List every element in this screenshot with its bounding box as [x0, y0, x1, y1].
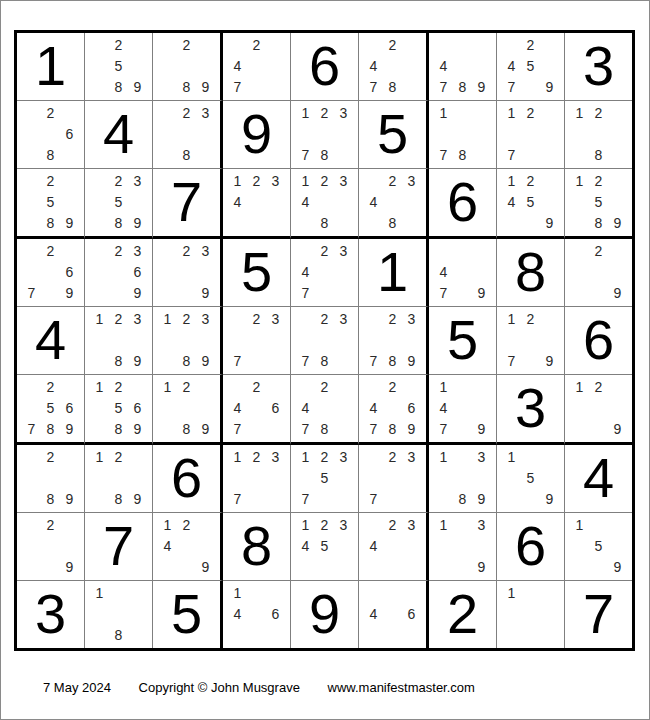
candidate-9: 9: [196, 556, 215, 577]
candidate-4: [90, 398, 109, 419]
candidate-8: [315, 556, 334, 577]
candidate-2: 2: [177, 35, 196, 56]
candidate-2: 2: [109, 447, 128, 468]
cell-r6c5[interactable]: 2478: [291, 375, 359, 445]
candidate-marks: 12589: [565, 169, 632, 236]
cell-r1c2[interactable]: 2589: [85, 33, 153, 101]
candidate-5: [453, 56, 472, 77]
candidate-1: 1: [296, 447, 315, 468]
cell-r4c6[interactable]: 1: [359, 239, 429, 307]
cell-r8c9[interactable]: 159: [565, 513, 632, 581]
candidate-1: 1: [296, 171, 315, 192]
given-digit: 7: [583, 586, 614, 642]
candidate-4: [22, 468, 41, 489]
candidate-5: [109, 468, 128, 489]
cell-r7c8[interactable]: 159: [497, 445, 565, 513]
cell-r1c7[interactable]: 4789: [429, 33, 497, 101]
candidate-8: 8: [41, 418, 60, 439]
candidate-5: [247, 192, 266, 213]
candidate-9: [334, 350, 353, 371]
candidate-9: [402, 76, 421, 97]
cell-r7c3[interactable]: 6: [153, 445, 223, 513]
candidate-6: [608, 536, 627, 557]
candidate-8: [453, 418, 472, 439]
candidate-1: 1: [296, 515, 315, 536]
candidate-2: 2: [315, 447, 334, 468]
candidate-4: [296, 124, 315, 145]
candidate-marks: 139: [429, 513, 496, 580]
cell-r8c7[interactable]: 139: [429, 513, 497, 581]
candidate-6: [128, 468, 147, 489]
cell-r4c1[interactable]: 2679: [17, 239, 85, 307]
candidate-6: [334, 398, 353, 419]
candidate-3: [128, 377, 147, 398]
candidate-9: 9: [60, 488, 79, 509]
cell-r2c5[interactable]: 12378: [291, 101, 359, 169]
candidate-3: [60, 447, 79, 468]
candidate-8: [177, 282, 196, 303]
candidate-2: 2: [521, 35, 540, 56]
candidate-8: 8: [109, 76, 128, 97]
cell-r4c9[interactable]: 29: [565, 239, 632, 307]
candidate-5: [315, 124, 334, 145]
cell-r9c3[interactable]: 5: [153, 581, 223, 648]
candidate-3: [402, 35, 421, 56]
candidate-9: 9: [608, 418, 627, 439]
candidate-2: 2: [177, 515, 196, 536]
candidate-1: [228, 377, 247, 398]
candidate-5: [383, 330, 402, 351]
candidate-8: 8: [453, 76, 472, 97]
cell-r9c1[interactable]: 3: [17, 581, 85, 648]
cell-r3c1[interactable]: 2589: [17, 169, 85, 239]
candidate-marks: 2478: [359, 33, 426, 100]
candidate-4: 4: [364, 56, 383, 77]
candidate-1: [364, 515, 383, 536]
candidate-5: [177, 398, 196, 419]
candidate-7: [502, 488, 521, 509]
candidate-1: [158, 35, 177, 56]
candidate-marks: 1289: [153, 375, 220, 442]
candidate-4: 4: [296, 262, 315, 283]
candidate-8: 8: [383, 212, 402, 233]
cell-r9c5[interactable]: 9: [291, 581, 359, 648]
candidate-5: [453, 468, 472, 489]
candidate-2: 2: [247, 309, 266, 330]
candidate-3: 3: [472, 447, 491, 468]
candidate-7: [296, 212, 315, 233]
candidate-1: 1: [228, 171, 247, 192]
cell-r8c6[interactable]: 234: [359, 513, 429, 581]
candidate-3: [540, 103, 559, 124]
candidate-6: [196, 56, 215, 77]
candidate-7: [570, 418, 589, 439]
footer-website: www.manifestmaster.com: [328, 680, 475, 695]
puzzle-page: 1258928924762478478924579326842389123785…: [0, 0, 650, 720]
candidate-2: [247, 583, 266, 604]
candidate-4: [90, 192, 109, 213]
candidate-6: [608, 192, 627, 213]
candidate-2: 2: [109, 171, 128, 192]
candidate-3: [472, 377, 491, 398]
candidate-7: [570, 282, 589, 303]
candidate-1: [90, 241, 109, 262]
candidate-1: [90, 171, 109, 192]
candidate-2: 2: [41, 171, 60, 192]
candidate-4: 4: [158, 536, 177, 557]
cell-r2c2[interactable]: 4: [85, 101, 153, 169]
cell-r5c5[interactable]: 2378: [291, 307, 359, 375]
candidate-2: 2: [315, 171, 334, 192]
candidate-5: [177, 56, 196, 77]
candidate-8: 8: [109, 418, 128, 439]
candidate-1: [502, 35, 521, 56]
candidate-6: [334, 124, 353, 145]
candidate-marks: 2369: [85, 239, 152, 306]
candidate-marks: 128: [565, 101, 632, 168]
cell-r7c5[interactable]: 12357: [291, 445, 359, 513]
candidate-2: 2: [521, 103, 540, 124]
candidate-6: [266, 192, 285, 213]
candidate-8: 8: [177, 144, 196, 165]
candidate-9: 9: [128, 282, 147, 303]
candidate-4: [570, 536, 589, 557]
candidate-4: 4: [228, 192, 247, 213]
candidate-3: [60, 515, 79, 536]
cell-r5c4[interactable]: 237: [223, 307, 291, 375]
cell-r4c8[interactable]: 8: [497, 239, 565, 307]
candidate-6: [196, 124, 215, 145]
candidate-8: [247, 76, 266, 97]
cell-r3c6[interactable]: 2348: [359, 169, 429, 239]
candidate-8: [521, 144, 540, 165]
candidate-9: 9: [196, 76, 215, 97]
candidate-3: [472, 103, 491, 124]
candidate-2: [453, 241, 472, 262]
candidate-4: 4: [228, 604, 247, 625]
cell-r9c6[interactable]: 46: [359, 581, 429, 648]
given-digit: 4: [103, 106, 134, 162]
candidate-6: [608, 398, 627, 419]
cell-r6c6[interactable]: 246789: [359, 375, 429, 445]
candidate-3: [128, 583, 147, 604]
cell-r9c9[interactable]: 7: [565, 581, 632, 648]
candidate-5: 5: [109, 192, 128, 213]
cell-r6c4[interactable]: 2467: [223, 375, 291, 445]
cell-r2c9[interactable]: 128: [565, 101, 632, 169]
candidate-9: 9: [608, 282, 627, 303]
cell-r1c5[interactable]: 6: [291, 33, 359, 101]
candidate-4: 4: [296, 536, 315, 557]
candidate-7: [502, 624, 521, 645]
cell-r1c3[interactable]: 289: [153, 33, 223, 101]
candidate-5: [177, 330, 196, 351]
candidate-2: 2: [315, 241, 334, 262]
candidate-3: [608, 103, 627, 124]
candidate-2: 2: [41, 241, 60, 262]
candidate-8: 8: [41, 212, 60, 233]
candidate-1: [296, 241, 315, 262]
candidate-7: [434, 488, 453, 509]
cell-r4c7[interactable]: 479: [429, 239, 497, 307]
candidate-8: [589, 282, 608, 303]
candidate-4: 4: [502, 192, 521, 213]
candidate-9: 9: [128, 76, 147, 97]
candidate-1: 1: [90, 309, 109, 330]
cell-r1c4[interactable]: 247: [223, 33, 291, 101]
candidate-2: 2: [177, 309, 196, 330]
candidate-6: [472, 398, 491, 419]
candidate-1: [296, 377, 315, 398]
candidate-3: 3: [128, 171, 147, 192]
cell-r7c1[interactable]: 289: [17, 445, 85, 513]
footer-copyright: Copyright © John Musgrave: [139, 680, 300, 695]
candidate-7: [158, 144, 177, 165]
cell-r7c4[interactable]: 1237: [223, 445, 291, 513]
candidate-marks: 247: [223, 33, 290, 100]
candidate-9: 9: [128, 212, 147, 233]
candidate-6: [540, 330, 559, 351]
cell-r3c2[interactable]: 23589: [85, 169, 153, 239]
candidate-2: 2: [589, 377, 608, 398]
candidate-5: [41, 262, 60, 283]
cell-r8c5[interactable]: 12345: [291, 513, 359, 581]
candidate-4: 4: [296, 192, 315, 213]
candidate-5: [41, 468, 60, 489]
candidate-2: 2: [109, 241, 128, 262]
cell-r3c7[interactable]: 6: [429, 169, 497, 239]
candidate-3: [608, 377, 627, 398]
cell-r5c2[interactable]: 12389: [85, 307, 153, 375]
cell-r5c7[interactable]: 5: [429, 307, 497, 375]
cell-r7c9[interactable]: 4: [565, 445, 632, 513]
candidate-9: [334, 488, 353, 509]
candidate-3: [60, 241, 79, 262]
cell-r3c9[interactable]: 12589: [565, 169, 632, 239]
cell-r2c3[interactable]: 238: [153, 101, 223, 169]
candidate-9: [266, 350, 285, 371]
cell-r5c3[interactable]: 12389: [153, 307, 223, 375]
cell-r3c8[interactable]: 12459: [497, 169, 565, 239]
candidate-marks: 1479: [429, 375, 496, 442]
cell-r4c5[interactable]: 2347: [291, 239, 359, 307]
candidate-marks: 238: [153, 101, 220, 168]
cell-r9c2[interactable]: 18: [85, 581, 153, 648]
given-digit: 9: [241, 106, 272, 162]
candidate-2: 2: [177, 377, 196, 398]
given-digit: 9: [309, 586, 340, 642]
given-digit: 4: [35, 312, 66, 368]
cell-r5c6[interactable]: 23789: [359, 307, 429, 375]
cell-r1c9[interactable]: 3: [565, 33, 632, 101]
candidate-marks: 2589: [17, 169, 84, 236]
candidate-2: 2: [41, 377, 60, 398]
cell-r8c2[interactable]: 7: [85, 513, 153, 581]
candidate-5: 5: [315, 468, 334, 489]
candidate-5: [453, 536, 472, 557]
cell-r6c9[interactable]: 129: [565, 375, 632, 445]
candidate-3: [266, 377, 285, 398]
given-digit: 3: [583, 38, 614, 94]
cell-r3c3[interactable]: 7: [153, 169, 223, 239]
candidate-marks: 2589: [85, 33, 152, 100]
candidate-7: [570, 144, 589, 165]
candidate-7: [364, 212, 383, 233]
candidate-3: 3: [266, 171, 285, 192]
candidate-2: 2: [589, 241, 608, 262]
cell-r8c1[interactable]: 29: [17, 513, 85, 581]
candidate-4: [570, 192, 589, 213]
candidate-7: 7: [364, 76, 383, 97]
candidate-8: 8: [109, 350, 128, 371]
candidate-marks: 1234: [223, 169, 290, 236]
candidate-3: [540, 447, 559, 468]
candidate-2: 2: [383, 515, 402, 536]
cell-r5c8[interactable]: 1279: [497, 307, 565, 375]
cell-r9c8[interactable]: 1: [497, 581, 565, 648]
candidate-7: [158, 556, 177, 577]
cell-r4c4[interactable]: 5: [223, 239, 291, 307]
candidate-marks: 23789: [359, 307, 426, 374]
candidate-marks: 125689: [85, 375, 152, 442]
cell-r4c2[interactable]: 2369: [85, 239, 153, 307]
cell-r1c8[interactable]: 24579: [497, 33, 565, 101]
cell-r4c3[interactable]: 239: [153, 239, 223, 307]
cell-r5c1[interactable]: 4: [17, 307, 85, 375]
candidate-2: 2: [109, 377, 128, 398]
cell-r3c4[interactable]: 1234: [223, 169, 291, 239]
candidate-1: 1: [570, 377, 589, 398]
candidate-6: 6: [402, 604, 421, 625]
candidate-8: 8: [41, 488, 60, 509]
candidate-7: 7: [502, 144, 521, 165]
candidate-6: [60, 468, 79, 489]
candidate-9: [334, 212, 353, 233]
cell-r8c4[interactable]: 8: [223, 513, 291, 581]
candidate-4: 4: [228, 398, 247, 419]
cell-r2c4[interactable]: 9: [223, 101, 291, 169]
candidate-3: [540, 583, 559, 604]
candidate-8: [177, 556, 196, 577]
candidate-4: [22, 398, 41, 419]
candidate-4: [22, 192, 41, 213]
cell-r1c6[interactable]: 2478: [359, 33, 429, 101]
candidate-3: 3: [196, 103, 215, 124]
candidate-9: [402, 556, 421, 577]
candidate-8: [247, 212, 266, 233]
candidate-2: 2: [247, 447, 266, 468]
candidate-7: [158, 350, 177, 371]
candidate-marks: 12357: [291, 445, 358, 512]
candidate-6: [608, 262, 627, 283]
candidate-8: [521, 76, 540, 97]
candidate-2: 2: [177, 241, 196, 262]
cell-r6c3[interactable]: 1289: [153, 375, 223, 445]
cell-r8c3[interactable]: 1249: [153, 513, 223, 581]
candidate-1: [158, 103, 177, 124]
cell-r7c7[interactable]: 1389: [429, 445, 497, 513]
cell-r9c7[interactable]: 2: [429, 581, 497, 648]
candidate-9: 9: [472, 556, 491, 577]
candidate-9: [60, 144, 79, 165]
candidate-marks: 1389: [429, 445, 496, 512]
candidate-5: [177, 536, 196, 557]
candidate-9: 9: [472, 76, 491, 97]
candidate-3: [402, 583, 421, 604]
cell-r5c9[interactable]: 6: [565, 307, 632, 375]
candidate-2: [109, 583, 128, 604]
cell-r6c8[interactable]: 3: [497, 375, 565, 445]
candidate-marks: 237: [223, 307, 290, 374]
candidate-2: 2: [383, 309, 402, 330]
cell-r2c1[interactable]: 268: [17, 101, 85, 169]
cell-r2c8[interactable]: 127: [497, 101, 565, 169]
candidate-marks: 1237: [223, 445, 290, 512]
candidate-7: [158, 282, 177, 303]
candidate-5: 5: [521, 192, 540, 213]
candidate-4: [228, 468, 247, 489]
candidate-1: [22, 515, 41, 536]
cell-r3c5[interactable]: 12348: [291, 169, 359, 239]
given-digit: 5: [171, 586, 202, 642]
cell-r6c2[interactable]: 125689: [85, 375, 153, 445]
candidate-1: [364, 377, 383, 398]
candidate-9: 9: [60, 418, 79, 439]
candidate-7: 7: [434, 418, 453, 439]
candidate-9: 9: [608, 212, 627, 233]
cell-r1c1[interactable]: 1: [17, 33, 85, 101]
candidate-marks: 479: [429, 239, 496, 306]
candidate-7: [22, 556, 41, 577]
candidate-3: 3: [334, 241, 353, 262]
cell-r6c1[interactable]: 256789: [17, 375, 85, 445]
candidate-1: [90, 35, 109, 56]
candidate-8: 8: [41, 144, 60, 165]
candidate-1: [364, 583, 383, 604]
candidate-2: 2: [383, 35, 402, 56]
candidate-8: 8: [453, 144, 472, 165]
cell-r7c2[interactable]: 1289: [85, 445, 153, 513]
candidate-3: 3: [402, 447, 421, 468]
candidate-marks: 1249: [153, 513, 220, 580]
candidate-6: [472, 56, 491, 77]
candidate-6: [266, 468, 285, 489]
cell-r2c7[interactable]: 178: [429, 101, 497, 169]
candidate-5: [247, 398, 266, 419]
candidate-marks: 12389: [85, 307, 152, 374]
candidate-9: 9: [60, 212, 79, 233]
given-digit: 1: [377, 244, 408, 300]
candidate-4: [570, 398, 589, 419]
candidate-7: 7: [364, 418, 383, 439]
candidate-1: [22, 377, 41, 398]
candidate-2: 2: [315, 103, 334, 124]
cell-r8c8[interactable]: 6: [497, 513, 565, 581]
candidate-marks: 29: [565, 239, 632, 306]
candidate-4: 4: [502, 56, 521, 77]
candidate-3: 3: [196, 241, 215, 262]
cell-r2c6[interactable]: 5: [359, 101, 429, 169]
candidate-6: [196, 536, 215, 557]
cell-r6c7[interactable]: 1479: [429, 375, 497, 445]
candidate-2: 2: [109, 35, 128, 56]
candidate-7: 7: [502, 76, 521, 97]
candidate-3: [540, 35, 559, 56]
cell-r9c4[interactable]: 146: [223, 581, 291, 648]
cell-r7c6[interactable]: 237: [359, 445, 429, 513]
candidate-6: [540, 124, 559, 145]
candidate-2: [453, 35, 472, 56]
